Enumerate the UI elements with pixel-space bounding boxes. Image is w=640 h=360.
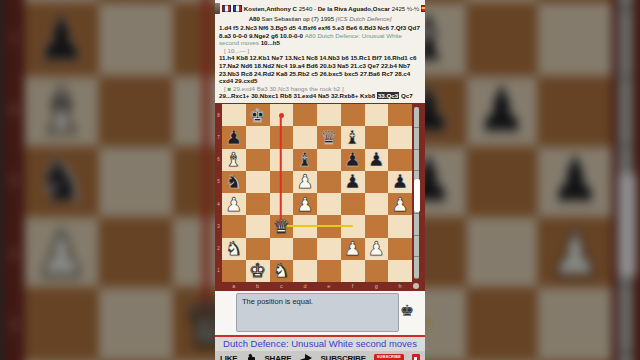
white-knight-c1[interactable]: ♞ [270, 260, 294, 282]
rank-label-2: 2 [215, 238, 222, 260]
rank-label-7: 7 [215, 126, 222, 148]
move-segment-3[interactable]: 29...Rxc1+ 30.Nbxc1 Rb8 31.exd4 Na5 32.R… [219, 92, 421, 100]
rank-label-7: 7 [3, 3, 25, 74]
square-d8[interactable] [293, 104, 317, 126]
square-h2[interactable] [388, 238, 412, 260]
square-b3[interactable] [246, 215, 270, 237]
annotator-note: [ICS Dutch Defence] [336, 15, 392, 22]
rank-labels: 87654321 [215, 104, 222, 282]
square-b4[interactable] [246, 193, 270, 215]
square-c2[interactable] [270, 238, 294, 260]
square-a8[interactable] [222, 104, 246, 126]
file-label-b: b [246, 282, 270, 291]
game-result: ½-½ [407, 5, 419, 12]
rank-label-3: 3 [3, 288, 25, 359]
black-player-flag-icon [421, 5, 425, 12]
square-a7[interactable]: ♟ [222, 126, 246, 148]
rank-label-4: 4 [215, 193, 222, 215]
square-e1[interactable] [317, 260, 341, 282]
square-b4[interactable] [98, 217, 171, 288]
rank-label-6: 6 [3, 75, 25, 146]
eval-pointer [414, 179, 420, 212]
square-b7[interactable] [246, 126, 270, 148]
move-list: 1.d4 f5 2.Nc3 Nf6 3.Bg5 d5 4.Bxf6 exf6 5… [215, 22, 425, 100]
square-a3[interactable] [25, 288, 98, 359]
engine-king-icon: ♚ [400, 303, 414, 319]
notation-panel: Kosten,Anthony C 2540 - De la Riva Aguad… [215, 0, 425, 103]
screenshot-root: 87654321 ♚♟♛♝♝♝♟♟♞♟♟♟♟♟♟♛♞♟♟♚♞ abcdefgh … [0, 0, 640, 360]
black-knight-a5[interactable]: ♞ [222, 171, 246, 193]
black-pawn-a7[interactable]: ♟ [25, 3, 98, 74]
square-g7[interactable] [465, 3, 538, 74]
black-pawn-f6[interactable]: ♟ [341, 149, 365, 171]
square-g1[interactable] [365, 260, 389, 282]
vs-dash: - [314, 5, 316, 12]
file-labels: abcdefgh [222, 282, 412, 291]
square-h5[interactable]: ♟ [538, 146, 611, 217]
square-b2[interactable] [246, 238, 270, 260]
square-a5[interactable]: ♞ [25, 146, 98, 217]
square-f8[interactable] [341, 104, 365, 126]
rank-label-6: 6 [215, 149, 222, 171]
eco-code: A80 [249, 15, 260, 22]
square-f7[interactable]: ♝ [341, 126, 365, 148]
square-d2[interactable] [293, 238, 317, 260]
flip-board-icon[interactable] [413, 283, 419, 289]
square-c1[interactable]: ♞ [270, 260, 294, 282]
rank-label-5: 5 [215, 171, 222, 193]
square-g5[interactable] [365, 171, 389, 193]
engine-comment-text: The position is equal. [237, 294, 398, 306]
black-bishop-d6[interactable]: ♝ [293, 149, 317, 171]
square-h4[interactable]: ♟ [388, 193, 412, 215]
white-knight-a2[interactable]: ♞ [222, 238, 246, 260]
player-photo [215, 3, 220, 14]
moves-after-note[interactable]: 10...h5 [261, 39, 280, 46]
engine-comment-box: The position is equal. [236, 293, 399, 332]
white-pawn-h4[interactable]: ♟ [388, 193, 412, 215]
square-b1[interactable]: ♚ [246, 260, 270, 282]
square-g4[interactable] [465, 217, 538, 288]
square-h4[interactable]: ♟ [538, 217, 611, 288]
square-e6[interactable] [317, 149, 341, 171]
black-pawn-f5[interactable]: ♟ [341, 171, 365, 193]
white-pawn-f2[interactable]: ♟ [341, 238, 365, 260]
youtube-notification-icon[interactable] [412, 354, 420, 360]
white-pawn-d5[interactable]: ♟ [293, 171, 317, 193]
evaluation-bar [414, 107, 419, 279]
square-e8[interactable] [317, 104, 341, 126]
arrow-dot-c8 [279, 113, 284, 118]
variation-1[interactable]: [ 10...— ] [219, 47, 421, 55]
square-h6[interactable] [538, 75, 611, 146]
black-queen-e7[interactable]: ♛ [317, 126, 341, 148]
cta-bar: LIKE SHARE SUBSCRIBE SUBSCRIBE [215, 351, 425, 360]
variation-2-text[interactable]: 29.exd4 Ba3 30.Nc3 hangs the rook b2 ] [233, 85, 344, 92]
moves-3-after[interactable]: Qc7 [401, 92, 413, 99]
square-h5[interactable]: ♟ [388, 171, 412, 193]
white-pawn-a4[interactable]: ♟ [222, 193, 246, 215]
video-panel: Kosten,Anthony C 2540 - De la Riva Aguad… [215, 0, 425, 360]
video-title: Dutch Defence: Unusual White second move… [215, 337, 425, 351]
rank-label-3: 3 [215, 215, 222, 237]
square-d6[interactable]: ♝ [293, 149, 317, 171]
black-player-elo: 2425 [392, 5, 406, 12]
square-b7[interactable] [98, 3, 171, 74]
black-bishop-f7[interactable]: ♝ [341, 126, 365, 148]
square-a2[interactable]: ♞ [222, 238, 246, 260]
rank-label-5: 5 [3, 146, 25, 217]
square-b6[interactable] [246, 149, 270, 171]
square-f1[interactable] [341, 260, 365, 282]
square-g6[interactable]: ♟ [365, 149, 389, 171]
white-pawn-h4[interactable]: ♟ [538, 217, 611, 288]
file-label-d: d [293, 282, 317, 291]
white-player-elo: 2540 [299, 5, 313, 12]
square-g4[interactable] [365, 193, 389, 215]
black-player-name: De la Riva Aguado,Oscar [318, 5, 390, 12]
square-g3[interactable] [365, 215, 389, 237]
square-g5[interactable] [465, 146, 538, 217]
variation-2[interactable]: [ ■ 29.exd4 Ba3 30.Nc3 hangs the rook b2… [219, 85, 421, 93]
square-h1[interactable] [388, 260, 412, 282]
square-f6[interactable]: ♟ [341, 149, 365, 171]
white-pawn-a4[interactable]: ♟ [25, 217, 98, 288]
chess-board: 87654321 ♚♟♛♝♝♝♟♟♞♟♟♟♟♟♟♛♞♟♟♚♞ abcdefgh [215, 103, 425, 291]
like-label[interactable]: LIKE [220, 354, 237, 360]
square-f5[interactable]: ♟ [341, 171, 365, 193]
square-e2[interactable] [317, 238, 341, 260]
black-knight-a5[interactable]: ♞ [25, 146, 98, 217]
share-arrow-icon[interactable] [299, 354, 312, 360]
file-label-c: c [270, 282, 294, 291]
square-b8[interactable]: ♚ [246, 104, 270, 126]
square-g3[interactable] [465, 288, 538, 359]
square-a6[interactable]: ♝ [222, 149, 246, 171]
board-grid[interactable]: ♚♟♛♝♝♝♟♟♞♟♟♟♟♟♟♛♞♟♟♚♞ [222, 104, 412, 282]
square-b5[interactable] [98, 146, 171, 217]
background-eval-bar [618, 0, 633, 360]
background-rank-labels: 87654321 [3, 0, 25, 360]
black-pawn-a7[interactable]: ♟ [222, 126, 246, 148]
white-bishop-a6[interactable]: ♝ [222, 149, 246, 171]
event-name: San Sebastian op (7) 1995 [262, 15, 335, 22]
square-g8[interactable] [365, 104, 389, 126]
square-g7[interactable] [365, 126, 389, 148]
square-d7[interactable] [293, 126, 317, 148]
share-label[interactable]: SHARE [264, 354, 291, 360]
square-b5[interactable] [246, 171, 270, 193]
square-a4[interactable]: ♟ [25, 217, 98, 288]
square-e5[interactable] [317, 171, 341, 193]
move-segment-2[interactable]: 11.h4 Kb8 12.Kb1 Ne7 13.Nc1 Nc8 14.Nb3 b… [219, 54, 421, 84]
subscribe-button[interactable]: SUBSCRIBE [374, 354, 404, 360]
white-player-name: Kosten,Anthony C [244, 5, 297, 12]
white-bishop-a6[interactable]: ♝ [25, 75, 98, 146]
square-a5[interactable]: ♞ [222, 171, 246, 193]
black-pawn-h5[interactable]: ♟ [388, 171, 412, 193]
black-king-b8[interactable]: ♚ [246, 104, 270, 126]
black-pawn-h5[interactable]: ♟ [538, 146, 611, 217]
file-label-f: f [341, 282, 365, 291]
white-player-flag-icon [222, 5, 231, 12]
square-h3[interactable] [538, 288, 611, 359]
square-a1[interactable] [222, 260, 246, 282]
thumbs-up-icon[interactable] [245, 354, 256, 360]
subscribe-label[interactable]: SUBSCRIBE [320, 354, 365, 360]
square-g6[interactable]: ♟ [465, 75, 538, 146]
square-a7[interactable]: ♟ [25, 3, 98, 74]
white-player-flag2-icon [233, 5, 242, 12]
square-h6[interactable] [388, 149, 412, 171]
square-b6[interactable] [98, 75, 171, 146]
file-label-a: a [222, 282, 246, 291]
square-g2[interactable]: ♟ [365, 238, 389, 260]
square-h8[interactable] [388, 104, 412, 126]
file-label-h: h [388, 282, 412, 291]
rank-label-4: 4 [3, 217, 25, 288]
variation-open-bracket: [ [224, 85, 226, 92]
moves-3-before[interactable]: 29...Rxc1+ 30.Nbxc1 Rb8 31.exd4 Na5 32.R… [219, 92, 375, 99]
white-king-b1[interactable]: ♚ [246, 260, 270, 282]
move-segment-1[interactable]: 1.d4 f5 2.Nc3 Nf6 3.Bg5 d5 4.Bxf6 exf6 5… [219, 24, 421, 47]
square-a4[interactable]: ♟ [222, 193, 246, 215]
square-f2[interactable]: ♟ [341, 238, 365, 260]
square-h3[interactable] [388, 215, 412, 237]
current-move-highlight[interactable]: 33.Qc3 [377, 92, 399, 99]
file-label-e: e [317, 282, 341, 291]
rank-label-8: 8 [215, 104, 222, 126]
event-header: A80 San Sebastian op (7) 1995 [ICS Dutch… [215, 15, 425, 22]
square-d4[interactable]: ♟ [293, 193, 317, 215]
square-d1[interactable] [293, 260, 317, 282]
annotation-square-icon: ■ [227, 85, 231, 92]
square-e7[interactable]: ♛ [317, 126, 341, 148]
white-pawn-d4[interactable]: ♟ [293, 193, 317, 215]
players-line: Kosten,Anthony C 2540 - De la Riva Aguad… [244, 5, 419, 12]
background-eval-pointer [616, 173, 635, 278]
square-h7[interactable] [388, 126, 412, 148]
square-e4[interactable] [317, 193, 341, 215]
file-label-g: g [365, 282, 389, 291]
engine-panel: The position is equal. ♚ [215, 291, 425, 335]
black-pawn-g6[interactable]: ♟ [465, 75, 538, 146]
game-header: Kosten,Anthony C 2540 - De la Riva Aguad… [215, 0, 425, 14]
square-d5[interactable]: ♟ [293, 171, 317, 193]
square-f4[interactable] [341, 193, 365, 215]
square-h7[interactable] [538, 3, 611, 74]
white-pawn-g2[interactable]: ♟ [365, 238, 389, 260]
square-a3[interactable] [222, 215, 246, 237]
square-a6[interactable]: ♝ [25, 75, 98, 146]
square-b3[interactable] [98, 288, 171, 359]
black-pawn-g6[interactable]: ♟ [365, 149, 389, 171]
rank-label-1: 1 [215, 260, 222, 282]
